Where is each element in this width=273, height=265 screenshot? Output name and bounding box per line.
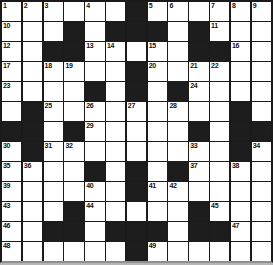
- black-cell-r5c9: [168, 82, 187, 101]
- clue-number-36: 36: [24, 162, 31, 170]
- cell-r9c2[interactable]: 36: [23, 162, 42, 181]
- black-cell-r6c2: [23, 102, 42, 121]
- cell-r5c8[interactable]: [148, 82, 167, 101]
- cell-r3c9[interactable]: [168, 42, 187, 61]
- clue-number-20: 20: [149, 62, 156, 70]
- black-cell-r12c11: [210, 222, 229, 241]
- cell-r6c5[interactable]: 26: [85, 102, 104, 121]
- cell-r9c8[interactable]: [148, 162, 167, 181]
- clue-number-39: 39: [3, 182, 10, 190]
- cell-r3c1[interactable]: 12: [2, 42, 21, 61]
- cell-r13c1[interactable]: 48: [2, 242, 21, 261]
- cell-r3c12[interactable]: 16: [231, 42, 250, 61]
- crossword-puzzle: 1234567891011121314151617181920212223242…: [0, 0, 273, 265]
- cell-r8c1[interactable]: 30: [2, 142, 21, 161]
- black-cell-r13c7: [127, 242, 146, 261]
- clue-number-47: 47: [232, 222, 239, 230]
- cell-r7c11[interactable]: [210, 122, 229, 141]
- cell-r6c3[interactable]: 25: [44, 102, 63, 121]
- cell-r6c1[interactable]: [2, 102, 21, 121]
- clue-number-49: 49: [149, 242, 156, 250]
- cell-r4c13[interactable]: [252, 62, 271, 81]
- cell-r12c1[interactable]: 46: [2, 222, 21, 241]
- clue-number-40: 40: [86, 182, 93, 190]
- black-cell-r3c3: [44, 42, 63, 61]
- cell-r1c8[interactable]: 5: [148, 2, 167, 21]
- cell-r2c2[interactable]: [23, 22, 42, 41]
- cell-r2c3[interactable]: [44, 22, 63, 41]
- cell-r4c3[interactable]: 18: [44, 62, 63, 81]
- black-cell-r9c5: [85, 162, 104, 181]
- cell-r4c11[interactable]: 22: [210, 62, 229, 81]
- clue-number-17: 17: [3, 62, 10, 70]
- cell-r10c13[interactable]: [252, 182, 271, 201]
- cell-r7c5[interactable]: 29: [85, 122, 104, 141]
- cell-r11c6[interactable]: [106, 202, 125, 221]
- black-cell-r2c6: [106, 22, 125, 41]
- cell-r11c9[interactable]: [168, 202, 187, 221]
- cell-r10c6[interactable]: [106, 182, 125, 201]
- clue-number-29: 29: [86, 122, 93, 130]
- cell-r7c6[interactable]: [106, 122, 125, 141]
- cell-r10c9[interactable]: 42: [168, 182, 187, 201]
- cell-r4c9[interactable]: [168, 62, 187, 81]
- cell-r2c11[interactable]: 11: [210, 22, 229, 41]
- crossword-grid: 1234567891011121314151617181920212223242…: [0, 0, 273, 263]
- cell-r13c13[interactable]: [252, 242, 271, 261]
- cell-r8c8[interactable]: [148, 142, 167, 161]
- cell-r5c10[interactable]: 24: [189, 82, 208, 101]
- black-cell-r12c6: [106, 222, 125, 241]
- cell-r4c2[interactable]: [23, 62, 42, 81]
- cell-r1c10[interactable]: [189, 2, 208, 21]
- cell-r4c4[interactable]: 19: [64, 62, 83, 81]
- cell-r13c9[interactable]: [168, 242, 187, 261]
- clue-number-8: 8: [232, 2, 236, 10]
- clue-number-13: 13: [86, 42, 93, 50]
- cell-r1c11[interactable]: 7: [210, 2, 229, 21]
- cell-r9c12[interactable]: 38: [231, 162, 250, 181]
- cell-r4c6[interactable]: [106, 62, 125, 81]
- cell-r12c12[interactable]: 47: [231, 222, 250, 241]
- cell-r6c10[interactable]: [189, 102, 208, 121]
- cell-r6c8[interactable]: [148, 102, 167, 121]
- clue-number-43: 43: [3, 202, 10, 210]
- black-cell-r12c3: [44, 222, 63, 241]
- cell-r11c8[interactable]: [148, 202, 167, 221]
- clue-number-2: 2: [24, 2, 28, 10]
- cell-r4c5[interactable]: [85, 62, 104, 81]
- cell-r12c2[interactable]: [23, 222, 42, 241]
- black-cell-r7c4: [64, 122, 83, 141]
- clue-number-38: 38: [232, 162, 239, 170]
- cell-r3c7[interactable]: [127, 42, 146, 61]
- clue-number-37: 37: [190, 162, 197, 170]
- black-cell-r11c10: [189, 202, 208, 221]
- cell-r2c12[interactable]: [231, 22, 250, 41]
- cell-r5c4[interactable]: [64, 82, 83, 101]
- black-cell-r3c11: [210, 42, 229, 61]
- black-cell-r10c7: [127, 182, 146, 201]
- black-cell-r7c1: [2, 122, 21, 141]
- black-cell-r7c2: [23, 122, 42, 141]
- cell-r1c6[interactable]: [106, 2, 125, 21]
- cell-r11c12[interactable]: [231, 202, 250, 221]
- clue-number-30: 30: [3, 142, 10, 150]
- cell-r10c4[interactable]: [64, 182, 83, 201]
- cell-r13c3[interactable]: [44, 242, 63, 261]
- black-cell-r6c12: [231, 102, 250, 121]
- clue-number-9: 9: [253, 2, 257, 10]
- cell-r2c5[interactable]: [85, 22, 104, 41]
- clue-number-27: 27: [128, 102, 135, 110]
- clue-number-15: 15: [149, 42, 156, 50]
- cell-r1c4[interactable]: [64, 2, 83, 21]
- cell-r10c10[interactable]: [189, 182, 208, 201]
- cell-r12c13[interactable]: [252, 222, 271, 241]
- cell-r13c2[interactable]: [23, 242, 42, 261]
- cell-r12c5[interactable]: [85, 222, 104, 241]
- clue-number-10: 10: [3, 22, 10, 30]
- cell-r4c12[interactable]: [231, 62, 250, 81]
- cell-r10c11[interactable]: [210, 182, 229, 201]
- cell-r12c9[interactable]: [168, 222, 187, 241]
- clue-number-33: 33: [190, 142, 197, 150]
- cell-r5c2[interactable]: [23, 82, 42, 101]
- cell-r5c11[interactable]: [210, 82, 229, 101]
- cell-r5c3[interactable]: [44, 82, 63, 101]
- clue-number-42: 42: [169, 182, 176, 190]
- black-cell-r9c9: [168, 162, 187, 181]
- clue-number-44: 44: [86, 202, 93, 210]
- cell-r1c12[interactable]: 8: [231, 2, 250, 21]
- cell-r2c1[interactable]: 10: [2, 22, 21, 41]
- black-cell-r3c4: [64, 42, 83, 61]
- cell-r11c11[interactable]: 45: [210, 202, 229, 221]
- cell-r5c12[interactable]: [231, 82, 250, 101]
- cell-r1c2[interactable]: 2: [23, 2, 42, 21]
- black-cell-r11c4: [64, 202, 83, 221]
- black-cell-r8c12: [231, 142, 250, 161]
- cell-r6c13[interactable]: [252, 102, 271, 121]
- cell-r11c1[interactable]: 43: [2, 202, 21, 221]
- cell-r8c13[interactable]: 34: [252, 142, 271, 161]
- cell-r8c4[interactable]: 32: [64, 142, 83, 161]
- cell-r4c8[interactable]: 20: [148, 62, 167, 81]
- cell-r5c1[interactable]: 23: [2, 82, 21, 101]
- cell-r9c6[interactable]: [106, 162, 125, 181]
- clue-number-4: 4: [86, 2, 90, 10]
- cell-r11c13[interactable]: [252, 202, 271, 221]
- clue-number-25: 25: [45, 102, 52, 110]
- black-cell-r12c7: [127, 222, 146, 241]
- clue-number-46: 46: [3, 222, 10, 230]
- clue-number-24: 24: [190, 82, 197, 90]
- cell-r9c10[interactable]: 37: [189, 162, 208, 181]
- clue-number-7: 7: [211, 2, 215, 10]
- cell-r13c11[interactable]: [210, 242, 229, 261]
- cell-r13c5[interactable]: [85, 242, 104, 261]
- cell-r1c5[interactable]: 4: [85, 2, 104, 21]
- cell-r1c13[interactable]: 9: [252, 2, 271, 21]
- cell-r1c1[interactable]: 1: [2, 2, 21, 21]
- clue-number-28: 28: [169, 102, 176, 110]
- cell-r7c7[interactable]: [127, 122, 146, 141]
- cell-r3c8[interactable]: 15: [148, 42, 167, 61]
- black-cell-r12c8: [148, 222, 167, 241]
- cell-r10c5[interactable]: 40: [85, 182, 104, 201]
- black-cell-r8c2: [23, 142, 42, 161]
- clue-number-18: 18: [45, 62, 52, 70]
- cell-r10c12[interactable]: [231, 182, 250, 201]
- black-cell-r7c10: [189, 122, 208, 141]
- black-cell-r2c10: [189, 22, 208, 41]
- clue-number-19: 19: [65, 62, 72, 70]
- cell-r13c4[interactable]: [64, 242, 83, 261]
- clue-number-6: 6: [169, 2, 173, 10]
- cell-r8c5[interactable]: [85, 142, 104, 161]
- cell-r9c11[interactable]: [210, 162, 229, 181]
- clue-number-3: 3: [45, 2, 49, 10]
- black-cell-r9c7: [127, 162, 146, 181]
- clue-number-14: 14: [107, 42, 114, 50]
- cell-r13c8[interactable]: 49: [148, 242, 167, 261]
- cell-r8c3[interactable]: 31: [44, 142, 63, 161]
- cell-r3c5[interactable]: 13: [85, 42, 104, 61]
- cell-r2c9[interactable]: [168, 22, 187, 41]
- cell-r3c6[interactable]: 14: [106, 42, 125, 61]
- cell-r11c7[interactable]: [127, 202, 146, 221]
- clue-number-23: 23: [3, 82, 10, 90]
- black-cell-r5c5: [85, 82, 104, 101]
- cell-r8c7[interactable]: [127, 142, 146, 161]
- cell-r8c10[interactable]: 33: [189, 142, 208, 161]
- clue-number-12: 12: [3, 42, 10, 50]
- clue-number-5: 5: [149, 2, 153, 10]
- clue-number-1: 1: [3, 2, 7, 10]
- clue-number-34: 34: [253, 142, 260, 150]
- cell-r9c1[interactable]: 35: [2, 162, 21, 181]
- black-cell-r1c7: [127, 2, 146, 21]
- cell-r2c13[interactable]: [252, 22, 271, 41]
- cell-r9c3[interactable]: [44, 162, 63, 181]
- cell-r1c9[interactable]: 6: [168, 2, 187, 21]
- clue-number-48: 48: [3, 242, 10, 250]
- black-cell-r2c8: [148, 22, 167, 41]
- black-cell-r2c4: [64, 22, 83, 41]
- cell-r13c10[interactable]: [189, 242, 208, 261]
- cell-r11c2[interactable]: [23, 202, 42, 221]
- cell-r13c6[interactable]: [106, 242, 125, 261]
- cell-r13c12[interactable]: [231, 242, 250, 261]
- black-cell-r7c12: [231, 122, 250, 141]
- black-cell-r2c7: [127, 22, 146, 41]
- cell-r3c13[interactable]: [252, 42, 271, 61]
- clue-number-31: 31: [45, 142, 52, 150]
- cell-r9c4[interactable]: [64, 162, 83, 181]
- cell-r8c9[interactable]: [168, 142, 187, 161]
- cell-r10c2[interactable]: [23, 182, 42, 201]
- clue-number-21: 21: [190, 62, 197, 70]
- cell-r10c1[interactable]: 39: [2, 182, 21, 201]
- clue-number-16: 16: [232, 42, 239, 50]
- clue-number-41: 41: [149, 182, 156, 190]
- cell-r7c9[interactable]: [168, 122, 187, 141]
- cell-r4c1[interactable]: 17: [2, 62, 21, 81]
- cell-r8c11[interactable]: [210, 142, 229, 161]
- cell-r7c3[interactable]: [44, 122, 63, 141]
- cell-r6c11[interactable]: [210, 102, 229, 121]
- clue-number-32: 32: [65, 142, 72, 150]
- cell-r6c9[interactable]: 28: [168, 102, 187, 121]
- cell-r5c6[interactable]: [106, 82, 125, 101]
- black-cell-r12c10: [189, 222, 208, 241]
- black-cell-r4c7: [127, 62, 146, 81]
- cell-r9c13[interactable]: [252, 162, 271, 181]
- clue-number-45: 45: [211, 202, 218, 210]
- black-cell-r5c7: [127, 82, 146, 101]
- clue-number-11: 11: [211, 22, 218, 30]
- black-cell-r7c13: [252, 122, 271, 141]
- cell-r11c3[interactable]: [44, 202, 63, 221]
- cell-r6c4[interactable]: [64, 102, 83, 121]
- cell-r6c6[interactable]: [106, 102, 125, 121]
- clue-number-26: 26: [86, 102, 93, 110]
- cell-r6c7[interactable]: 27: [127, 102, 146, 121]
- cell-r8c6[interactable]: [106, 142, 125, 161]
- cell-r5c13[interactable]: [252, 82, 271, 101]
- cell-r7c8[interactable]: [148, 122, 167, 141]
- cell-r1c3[interactable]: 3: [44, 2, 63, 21]
- cell-r4c10[interactable]: 21: [189, 62, 208, 81]
- clue-number-35: 35: [3, 162, 10, 170]
- cell-r11c5[interactable]: 44: [85, 202, 104, 221]
- cell-r10c8[interactable]: 41: [148, 182, 167, 201]
- cell-r10c3[interactable]: [44, 182, 63, 201]
- clue-number-22: 22: [211, 62, 218, 70]
- black-cell-r12c4: [64, 222, 83, 241]
- black-cell-r3c10: [189, 42, 208, 61]
- cell-r3c2[interactable]: [23, 42, 42, 61]
